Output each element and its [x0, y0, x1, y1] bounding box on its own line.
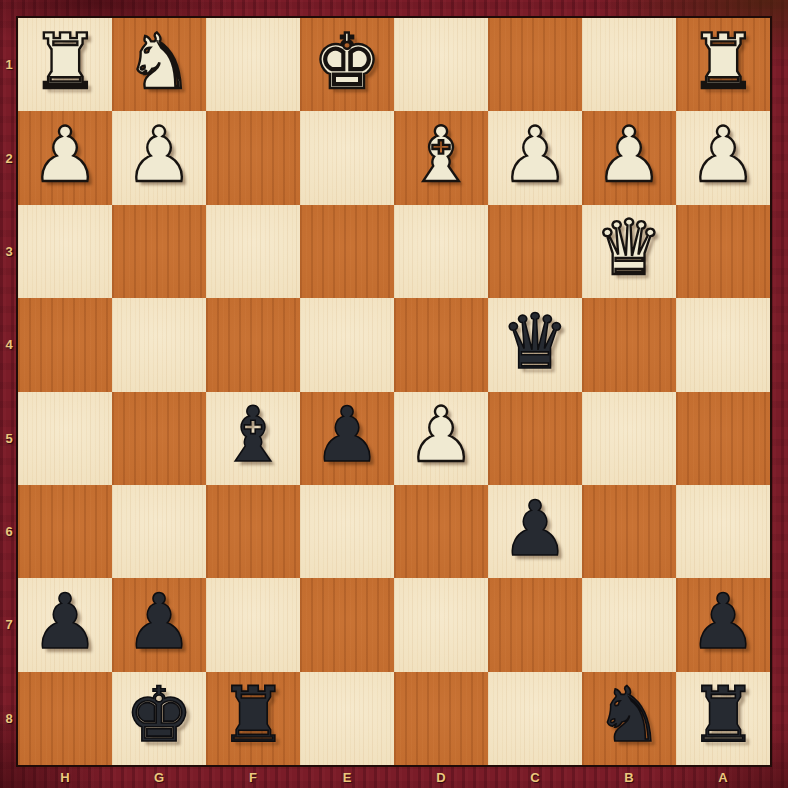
square-e4[interactable]	[300, 298, 394, 391]
square-f5[interactable]: ♝	[206, 392, 300, 485]
square-a3[interactable]	[676, 205, 770, 298]
piece-black-knight: ♞	[595, 677, 663, 753]
square-h1[interactable]: ♜	[18, 18, 112, 111]
rank-label-8: 8	[0, 672, 18, 765]
square-b2[interactable]: ♟	[582, 111, 676, 204]
square-h4[interactable]	[18, 298, 112, 391]
piece-white-bishop: ♝	[407, 117, 475, 193]
square-d6[interactable]	[394, 485, 488, 578]
file-label-e: E	[300, 767, 394, 788]
square-c3[interactable]	[488, 205, 582, 298]
square-e7[interactable]	[300, 578, 394, 671]
square-g6[interactable]	[112, 485, 206, 578]
square-f2[interactable]	[206, 111, 300, 204]
square-g2[interactable]: ♟	[112, 111, 206, 204]
file-label-h: H	[18, 767, 112, 788]
square-b6[interactable]	[582, 485, 676, 578]
square-f1[interactable]	[206, 18, 300, 111]
rank-label-5: 5	[0, 392, 18, 485]
piece-black-queen: ♛	[501, 304, 569, 380]
square-d4[interactable]	[394, 298, 488, 391]
piece-black-pawn: ♟	[31, 584, 99, 660]
square-d5[interactable]: ♟	[394, 392, 488, 485]
square-c1[interactable]	[488, 18, 582, 111]
square-b1[interactable]	[582, 18, 676, 111]
square-g4[interactable]	[112, 298, 206, 391]
square-h5[interactable]	[18, 392, 112, 485]
square-g8[interactable]: ♚	[112, 672, 206, 765]
square-c6[interactable]: ♟	[488, 485, 582, 578]
square-e6[interactable]	[300, 485, 394, 578]
piece-black-pawn: ♟	[313, 397, 381, 473]
file-label-d: D	[394, 767, 488, 788]
square-c5[interactable]	[488, 392, 582, 485]
square-h8[interactable]	[18, 672, 112, 765]
square-c8[interactable]	[488, 672, 582, 765]
square-b4[interactable]	[582, 298, 676, 391]
square-e3[interactable]	[300, 205, 394, 298]
square-e1[interactable]: ♚	[300, 18, 394, 111]
board-frame: 12345678 ♜♞♚♜♟♟♝♟♟♟♛♛♝♟♟♟♟♟♟♚♜♞♜ HGFEDCB…	[0, 0, 788, 788]
square-f7[interactable]	[206, 578, 300, 671]
rank-label-4: 4	[0, 298, 18, 391]
file-label-c: C	[488, 767, 582, 788]
rank-label-6: 6	[0, 485, 18, 578]
square-b7[interactable]	[582, 578, 676, 671]
file-label-g: G	[112, 767, 206, 788]
rank-label-2: 2	[0, 111, 18, 204]
piece-white-pawn: ♟	[31, 117, 99, 193]
piece-black-rook: ♜	[219, 677, 287, 753]
piece-black-bishop: ♝	[219, 397, 287, 473]
file-label-a: A	[676, 767, 770, 788]
square-h2[interactable]: ♟	[18, 111, 112, 204]
piece-white-rook: ♜	[31, 24, 99, 100]
square-a8[interactable]: ♜	[676, 672, 770, 765]
square-f8[interactable]: ♜	[206, 672, 300, 765]
piece-white-rook: ♜	[689, 24, 757, 100]
square-a1[interactable]: ♜	[676, 18, 770, 111]
piece-white-pawn: ♟	[407, 397, 475, 473]
chess-board[interactable]: ♜♞♚♜♟♟♝♟♟♟♛♛♝♟♟♟♟♟♟♚♜♞♜	[18, 18, 770, 765]
piece-black-king: ♚	[125, 677, 193, 753]
square-d2[interactable]: ♝	[394, 111, 488, 204]
square-h3[interactable]	[18, 205, 112, 298]
piece-black-pawn: ♟	[501, 491, 569, 567]
piece-white-pawn: ♟	[501, 117, 569, 193]
square-g5[interactable]	[112, 392, 206, 485]
piece-white-pawn: ♟	[125, 117, 193, 193]
square-g1[interactable]: ♞	[112, 18, 206, 111]
rank-label-7: 7	[0, 578, 18, 671]
square-g3[interactable]	[112, 205, 206, 298]
square-b5[interactable]	[582, 392, 676, 485]
file-labels: HGFEDCBA	[18, 767, 770, 788]
square-a6[interactable]	[676, 485, 770, 578]
square-b3[interactable]: ♛	[582, 205, 676, 298]
square-h6[interactable]	[18, 485, 112, 578]
rank-label-3: 3	[0, 205, 18, 298]
square-d8[interactable]	[394, 672, 488, 765]
piece-black-pawn: ♟	[125, 584, 193, 660]
rank-labels: 12345678	[0, 18, 18, 765]
square-h7[interactable]: ♟	[18, 578, 112, 671]
square-d3[interactable]	[394, 205, 488, 298]
square-g7[interactable]: ♟	[112, 578, 206, 671]
square-c7[interactable]	[488, 578, 582, 671]
square-d7[interactable]	[394, 578, 488, 671]
square-b8[interactable]: ♞	[582, 672, 676, 765]
square-a7[interactable]: ♟	[676, 578, 770, 671]
file-label-b: B	[582, 767, 676, 788]
square-f4[interactable]	[206, 298, 300, 391]
square-c2[interactable]: ♟	[488, 111, 582, 204]
square-e8[interactable]	[300, 672, 394, 765]
piece-white-queen: ♛	[595, 210, 663, 286]
square-a5[interactable]	[676, 392, 770, 485]
piece-black-rook: ♜	[689, 677, 757, 753]
square-f3[interactable]	[206, 205, 300, 298]
file-label-f: F	[206, 767, 300, 788]
piece-white-pawn: ♟	[689, 117, 757, 193]
piece-white-knight: ♞	[125, 24, 193, 100]
piece-white-king: ♚	[313, 24, 381, 100]
square-c4[interactable]: ♛	[488, 298, 582, 391]
piece-black-pawn: ♟	[689, 584, 757, 660]
square-a4[interactable]	[676, 298, 770, 391]
square-f6[interactable]	[206, 485, 300, 578]
square-e2[interactable]	[300, 111, 394, 204]
piece-white-pawn: ♟	[595, 117, 663, 193]
square-a2[interactable]: ♟	[676, 111, 770, 204]
square-e5[interactable]: ♟	[300, 392, 394, 485]
rank-label-1: 1	[0, 18, 18, 111]
square-d1[interactable]	[394, 18, 488, 111]
